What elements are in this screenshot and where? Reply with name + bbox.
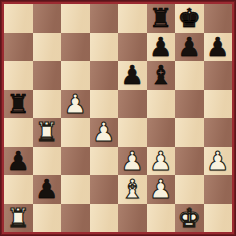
square-d6[interactable]	[90, 61, 119, 90]
square-a5[interactable]: ♜	[4, 90, 33, 119]
square-g7[interactable]: ♟	[175, 33, 204, 62]
square-h4[interactable]	[204, 118, 233, 147]
square-b1[interactable]	[33, 204, 62, 233]
square-h1[interactable]	[204, 204, 233, 233]
square-f1[interactable]	[147, 204, 176, 233]
square-d1[interactable]	[90, 204, 119, 233]
square-f7[interactable]: ♟	[147, 33, 176, 62]
white-pawn[interactable]: ♟	[149, 175, 172, 204]
square-a6[interactable]	[4, 61, 33, 90]
square-c8[interactable]	[61, 4, 90, 33]
square-d3[interactable]	[90, 147, 119, 176]
square-f5[interactable]	[147, 90, 176, 119]
black-rook[interactable]: ♜	[149, 4, 172, 33]
square-f4[interactable]	[147, 118, 176, 147]
white-bishop[interactable]: ♝	[121, 175, 144, 204]
black-king[interactable]: ♚	[178, 4, 201, 33]
square-h8[interactable]	[204, 4, 233, 33]
square-c7[interactable]	[61, 33, 90, 62]
square-f2[interactable]: ♟	[147, 175, 176, 204]
square-d7[interactable]	[90, 33, 119, 62]
square-a1[interactable]: ♜	[4, 204, 33, 233]
square-g5[interactable]	[175, 90, 204, 119]
square-h7[interactable]: ♟	[204, 33, 233, 62]
white-pawn[interactable]: ♟	[92, 118, 115, 147]
square-f6[interactable]: ♝	[147, 61, 176, 90]
square-b2[interactable]: ♟	[33, 175, 62, 204]
black-pawn[interactable]: ♟	[35, 175, 58, 204]
square-b6[interactable]	[33, 61, 62, 90]
black-pawn[interactable]: ♟	[178, 33, 201, 62]
white-pawn[interactable]: ♟	[206, 147, 229, 176]
white-pawn[interactable]: ♟	[64, 90, 87, 119]
square-g8[interactable]: ♚	[175, 4, 204, 33]
square-e7[interactable]	[118, 33, 147, 62]
square-d8[interactable]	[90, 4, 119, 33]
square-a7[interactable]	[4, 33, 33, 62]
square-a3[interactable]: ♟	[4, 147, 33, 176]
square-e6[interactable]: ♟	[118, 61, 147, 90]
black-pawn[interactable]: ♟	[121, 61, 144, 90]
chess-board: ♜♚♟♟♟♟♝♜♟♜♟♟♟♟♟♟♝♟♜♚	[4, 4, 232, 232]
square-g4[interactable]	[175, 118, 204, 147]
square-d2[interactable]	[90, 175, 119, 204]
square-b7[interactable]	[33, 33, 62, 62]
square-h5[interactable]	[204, 90, 233, 119]
black-rook[interactable]: ♜	[7, 90, 30, 119]
square-a4[interactable]	[4, 118, 33, 147]
square-d4[interactable]: ♟	[90, 118, 119, 147]
black-pawn[interactable]: ♟	[206, 33, 229, 62]
square-b8[interactable]	[33, 4, 62, 33]
square-g2[interactable]	[175, 175, 204, 204]
square-a8[interactable]	[4, 4, 33, 33]
square-c6[interactable]	[61, 61, 90, 90]
square-h3[interactable]: ♟	[204, 147, 233, 176]
white-king[interactable]: ♚	[178, 204, 201, 233]
square-g1[interactable]: ♚	[175, 204, 204, 233]
square-c4[interactable]	[61, 118, 90, 147]
square-e3[interactable]: ♟	[118, 147, 147, 176]
square-b4[interactable]: ♜	[33, 118, 62, 147]
square-c2[interactable]	[61, 175, 90, 204]
white-rook[interactable]: ♜	[7, 204, 30, 233]
square-f3[interactable]: ♟	[147, 147, 176, 176]
square-e8[interactable]	[118, 4, 147, 33]
square-c3[interactable]	[61, 147, 90, 176]
square-e2[interactable]: ♝	[118, 175, 147, 204]
white-pawn[interactable]: ♟	[121, 147, 144, 176]
black-pawn[interactable]: ♟	[149, 33, 172, 62]
square-f8[interactable]: ♜	[147, 4, 176, 33]
square-c5[interactable]: ♟	[61, 90, 90, 119]
square-h2[interactable]	[204, 175, 233, 204]
square-g3[interactable]	[175, 147, 204, 176]
square-d5[interactable]	[90, 90, 119, 119]
square-b5[interactable]	[33, 90, 62, 119]
square-c1[interactable]	[61, 204, 90, 233]
chess-board-frame: ♜♚♟♟♟♟♝♜♟♜♟♟♟♟♟♟♝♟♜♚	[0, 0, 236, 236]
square-a2[interactable]	[4, 175, 33, 204]
square-b3[interactable]	[33, 147, 62, 176]
square-e1[interactable]	[118, 204, 147, 233]
square-g6[interactable]	[175, 61, 204, 90]
square-e5[interactable]	[118, 90, 147, 119]
square-e4[interactable]	[118, 118, 147, 147]
white-rook[interactable]: ♜	[35, 118, 58, 147]
black-bishop[interactable]: ♝	[149, 61, 172, 90]
square-h6[interactable]	[204, 61, 233, 90]
white-pawn[interactable]: ♟	[149, 147, 172, 176]
black-pawn[interactable]: ♟	[7, 147, 30, 176]
